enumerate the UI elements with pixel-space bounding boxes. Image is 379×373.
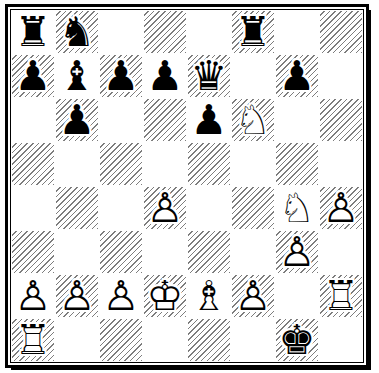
white-knight-body: ♞ — [275, 186, 319, 230]
white-knight-body: ♞ — [231, 98, 275, 142]
white-pawn-icon[interactable]: ♙ — [55, 274, 99, 318]
square-h3[interactable] — [319, 230, 363, 274]
square-e8[interactable] — [187, 10, 231, 54]
white-pawn-body: ♟ — [11, 274, 55, 318]
square-a1[interactable]: ♜♖ — [11, 318, 55, 362]
square-g4[interactable]: ♞♘ — [275, 186, 319, 230]
white-rook-icon[interactable]: ♖ — [11, 318, 55, 362]
chess-diagram-page: ♜♞♜♟♝♟♟♛♟♟♟♞♘♟♙♞♘♟♙♟♙♟♙♟♙♟♙♚♔♝♗♟♙♜♖♜♖♚ — [0, 0, 379, 373]
chess-board-inner-border: ♜♞♜♟♝♟♟♛♟♟♟♞♘♟♙♞♘♟♙♟♙♟♙♟♙♟♙♚♔♝♗♟♙♜♖♜♖♚ — [10, 9, 364, 363]
square-d2[interactable]: ♚♔ — [143, 274, 187, 318]
black-king-icon[interactable]: ♚ — [275, 318, 319, 362]
square-g7[interactable]: ♟ — [275, 54, 319, 98]
white-bishop-body: ♝ — [187, 274, 231, 318]
white-pawn-body: ♟ — [143, 186, 187, 230]
black-pawn-icon[interactable]: ♟ — [143, 54, 187, 98]
white-pawn-body: ♟ — [275, 230, 319, 274]
square-c4[interactable] — [99, 186, 143, 230]
black-rook-icon[interactable]: ♜ — [11, 10, 55, 54]
chess-board: ♜♞♜♟♝♟♟♛♟♟♟♞♘♟♙♞♘♟♙♟♙♟♙♟♙♟♙♚♔♝♗♟♙♜♖♜♖♚ — [11, 10, 363, 362]
square-b1[interactable] — [55, 318, 99, 362]
square-d8[interactable] — [143, 10, 187, 54]
square-a6[interactable] — [11, 98, 55, 142]
square-c7[interactable]: ♟ — [99, 54, 143, 98]
white-rook-body: ♜ — [319, 274, 363, 318]
square-a7[interactable]: ♟ — [11, 54, 55, 98]
square-d1[interactable] — [143, 318, 187, 362]
white-pawn-icon[interactable]: ♙ — [275, 230, 319, 274]
square-a4[interactable] — [11, 186, 55, 230]
square-g8[interactable] — [275, 10, 319, 54]
square-a5[interactable] — [11, 142, 55, 186]
square-g2[interactable] — [275, 274, 319, 318]
square-g3[interactable]: ♟♙ — [275, 230, 319, 274]
white-pawn-icon[interactable]: ♙ — [143, 186, 187, 230]
square-b4[interactable] — [55, 186, 99, 230]
square-f2[interactable]: ♟♙ — [231, 274, 275, 318]
square-f7[interactable] — [231, 54, 275, 98]
square-f6[interactable]: ♞♘ — [231, 98, 275, 142]
square-f8[interactable]: ♜ — [231, 10, 275, 54]
white-rook-icon[interactable]: ♖ — [319, 274, 363, 318]
white-pawn-icon[interactable]: ♙ — [11, 274, 55, 318]
black-knight-icon[interactable]: ♞ — [55, 10, 99, 54]
black-pawn-icon[interactable]: ♟ — [11, 54, 55, 98]
square-a3[interactable] — [11, 230, 55, 274]
square-f5[interactable] — [231, 142, 275, 186]
square-e4[interactable] — [187, 186, 231, 230]
square-h6[interactable] — [319, 98, 363, 142]
white-pawn-icon[interactable]: ♙ — [319, 186, 363, 230]
square-e1[interactable] — [187, 318, 231, 362]
square-d3[interactable] — [143, 230, 187, 274]
square-e2[interactable]: ♝♗ — [187, 274, 231, 318]
square-b2[interactable]: ♟♙ — [55, 274, 99, 318]
black-queen-icon[interactable]: ♛ — [187, 54, 231, 98]
white-pawn-body: ♟ — [231, 274, 275, 318]
square-c5[interactable] — [99, 142, 143, 186]
white-knight-icon[interactable]: ♘ — [275, 186, 319, 230]
square-c1[interactable] — [99, 318, 143, 362]
square-c3[interactable] — [99, 230, 143, 274]
square-d5[interactable] — [143, 142, 187, 186]
white-king-icon[interactable]: ♔ — [143, 274, 187, 318]
white-king-body: ♚ — [143, 274, 187, 318]
square-c8[interactable] — [99, 10, 143, 54]
square-g5[interactable] — [275, 142, 319, 186]
square-g6[interactable] — [275, 98, 319, 142]
square-c6[interactable] — [99, 98, 143, 142]
square-f3[interactable] — [231, 230, 275, 274]
black-bishop-icon[interactable]: ♝ — [55, 54, 99, 98]
square-b6[interactable]: ♟ — [55, 98, 99, 142]
white-pawn-icon[interactable]: ♙ — [231, 274, 275, 318]
square-e3[interactable] — [187, 230, 231, 274]
square-h1[interactable] — [319, 318, 363, 362]
square-a8[interactable]: ♜ — [11, 10, 55, 54]
square-e6[interactable]: ♟ — [187, 98, 231, 142]
white-pawn-icon[interactable]: ♙ — [99, 274, 143, 318]
black-pawn-icon[interactable]: ♟ — [55, 98, 99, 142]
square-b3[interactable] — [55, 230, 99, 274]
black-pawn-icon[interactable]: ♟ — [187, 98, 231, 142]
white-rook-body: ♜ — [11, 318, 55, 362]
square-d4[interactable]: ♟♙ — [143, 186, 187, 230]
black-pawn-icon[interactable]: ♟ — [275, 54, 319, 98]
square-e5[interactable] — [187, 142, 231, 186]
square-a2[interactable]: ♟♙ — [11, 274, 55, 318]
square-b5[interactable] — [55, 142, 99, 186]
square-d7[interactable]: ♟ — [143, 54, 187, 98]
square-f1[interactable] — [231, 318, 275, 362]
square-h5[interactable] — [319, 142, 363, 186]
black-rook-icon[interactable]: ♜ — [231, 10, 275, 54]
square-d6[interactable] — [143, 98, 187, 142]
square-b8[interactable]: ♞ — [55, 10, 99, 54]
white-knight-icon[interactable]: ♘ — [231, 98, 275, 142]
white-pawn-body: ♟ — [319, 186, 363, 230]
white-bishop-icon[interactable]: ♗ — [187, 274, 231, 318]
square-b7[interactable]: ♝ — [55, 54, 99, 98]
square-h2[interactable]: ♜♖ — [319, 274, 363, 318]
chess-board-frame: ♜♞♜♟♝♟♟♛♟♟♟♞♘♟♙♞♘♟♙♟♙♟♙♟♙♟♙♚♔♝♗♟♙♜♖♜♖♚ — [5, 4, 369, 368]
square-e7[interactable]: ♛ — [187, 54, 231, 98]
square-c2[interactable]: ♟♙ — [99, 274, 143, 318]
square-g1[interactable]: ♚ — [275, 318, 319, 362]
square-h4[interactable]: ♟♙ — [319, 186, 363, 230]
white-pawn-body: ♟ — [55, 274, 99, 318]
black-pawn-icon[interactable]: ♟ — [99, 54, 143, 98]
white-pawn-body: ♟ — [99, 274, 143, 318]
square-h8[interactable] — [319, 10, 363, 54]
square-h7[interactable] — [319, 54, 363, 98]
square-f4[interactable] — [231, 186, 275, 230]
